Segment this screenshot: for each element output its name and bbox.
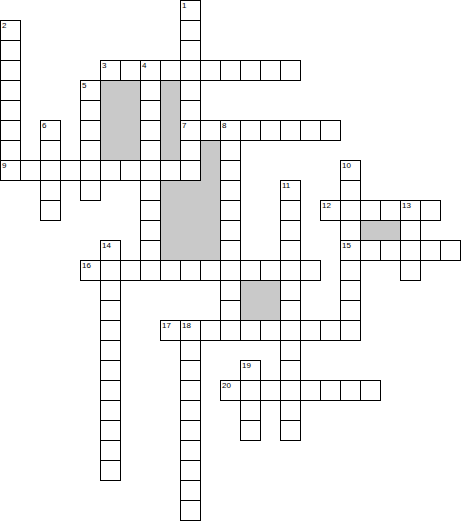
- cell-c12-r6[interactable]: [240, 120, 261, 141]
- cell-c11-r6[interactable]: [220, 120, 241, 141]
- cell-c6-r3[interactable]: [120, 60, 141, 81]
- cell-c10-r13[interactable]: [200, 260, 221, 281]
- cell-c9-r17[interactable]: [180, 340, 201, 361]
- cell-c17-r11[interactable]: [340, 220, 361, 241]
- cell-c2-r7[interactable]: [40, 140, 61, 161]
- cell-c13-r6[interactable]: [260, 120, 281, 141]
- cell-c14-r20[interactable]: [280, 400, 301, 421]
- cell-c17-r12[interactable]: [340, 240, 361, 261]
- cell-c17-r15[interactable]: [340, 300, 361, 321]
- cell-c18-r19[interactable]: [360, 380, 381, 401]
- cell-c5-r19[interactable]: [100, 380, 121, 401]
- cell-c14-r17[interactable]: [280, 340, 301, 361]
- blocked-region-cell: [200, 220, 221, 241]
- cell-c14-r6[interactable]: [280, 120, 301, 141]
- cell-c10-r3[interactable]: [200, 60, 221, 81]
- cell-c14-r9[interactable]: [280, 180, 301, 201]
- cell-c3-r8[interactable]: [60, 160, 81, 181]
- cell-c7-r3[interactable]: [140, 60, 161, 81]
- cell-c13-r19[interactable]: [260, 380, 281, 401]
- cell-c8-r3[interactable]: [160, 60, 181, 81]
- blocked-region-cell: [180, 200, 201, 221]
- cell-c9-r2[interactable]: [180, 40, 201, 61]
- cell-c8-r16[interactable]: [160, 320, 181, 341]
- blocked-region-cell: [120, 120, 141, 141]
- blocked-region-cell: [160, 180, 181, 201]
- cell-c7-r5[interactable]: [140, 100, 161, 121]
- page: 1234567891011121314151617181920: [0, 0, 461, 521]
- cell-c5-r22[interactable]: [100, 440, 121, 461]
- blocked-region-cell: [200, 200, 221, 221]
- cell-c21-r12[interactable]: [420, 240, 441, 261]
- cell-c22-r12[interactable]: [440, 240, 461, 261]
- cell-c7-r13[interactable]: [140, 260, 161, 281]
- cell-c1-r8[interactable]: [20, 160, 41, 181]
- cell-c0-r8[interactable]: [0, 160, 21, 181]
- cell-c4-r6[interactable]: [80, 120, 101, 141]
- cell-c11-r12[interactable]: [220, 240, 241, 261]
- cell-c16-r10[interactable]: [320, 200, 341, 221]
- cell-c4-r9[interactable]: [80, 180, 101, 201]
- blocked-region-cell: [240, 280, 261, 301]
- cell-c16-r6[interactable]: [320, 120, 341, 141]
- blocked-region-cell: [180, 220, 201, 241]
- blocked-region-cell: [100, 100, 121, 121]
- crossword-grid: 1234567891011121314151617181920: [0, 0, 461, 521]
- cell-c5-r12[interactable]: [100, 240, 121, 261]
- cell-c15-r13[interactable]: [300, 260, 321, 281]
- cell-c8-r8[interactable]: [160, 160, 181, 181]
- cell-c12-r21[interactable]: [240, 420, 261, 441]
- cell-c16-r19[interactable]: [320, 380, 341, 401]
- cell-c0-r3[interactable]: [0, 60, 21, 81]
- cell-c9-r0[interactable]: [180, 0, 201, 21]
- cell-c14-r18[interactable]: [280, 360, 301, 381]
- cell-c5-r20[interactable]: [100, 400, 121, 421]
- blocked-region-cell: [260, 300, 281, 321]
- cell-c9-r24[interactable]: [180, 480, 201, 501]
- cell-c5-r18[interactable]: [100, 360, 121, 381]
- cell-c7-r6[interactable]: [140, 120, 161, 141]
- cell-c17-r10[interactable]: [340, 200, 361, 221]
- cell-c12-r19[interactable]: [240, 380, 261, 401]
- cell-c11-r16[interactable]: [220, 320, 241, 341]
- cell-c14-r12[interactable]: [280, 240, 301, 261]
- cell-c9-r7[interactable]: [180, 140, 201, 161]
- cell-c5-r15[interactable]: [100, 300, 121, 321]
- cell-c5-r3[interactable]: [100, 60, 121, 81]
- cell-c17-r9[interactable]: [340, 180, 361, 201]
- cell-c9-r16[interactable]: [180, 320, 201, 341]
- cell-c4-r13[interactable]: [80, 260, 101, 281]
- cell-c11-r11[interactable]: [220, 220, 241, 241]
- blocked-region-cell: [160, 140, 181, 161]
- cell-c14-r16[interactable]: [280, 320, 301, 341]
- cell-c11-r8[interactable]: [220, 160, 241, 181]
- cell-c7-r9[interactable]: [140, 180, 161, 201]
- blocked-region-cell: [120, 140, 141, 161]
- cell-c7-r11[interactable]: [140, 220, 161, 241]
- blocked-region-cell: [240, 300, 261, 321]
- cell-c13-r13[interactable]: [260, 260, 281, 281]
- cell-c9-r20[interactable]: [180, 400, 201, 421]
- cell-c5-r17[interactable]: [100, 340, 121, 361]
- blocked-region-cell: [160, 200, 181, 221]
- cell-c10-r16[interactable]: [200, 320, 221, 341]
- cell-c9-r3[interactable]: [180, 60, 201, 81]
- cell-c4-r8[interactable]: [80, 160, 101, 181]
- cell-c11-r3[interactable]: [220, 60, 241, 81]
- cell-c12-r13[interactable]: [240, 260, 261, 281]
- cell-c0-r1[interactable]: [0, 20, 21, 41]
- cell-c12-r16[interactable]: [240, 320, 261, 341]
- cell-c14-r21[interactable]: [280, 420, 301, 441]
- cell-c9-r21[interactable]: [180, 420, 201, 441]
- cell-c6-r13[interactable]: [120, 260, 141, 281]
- blocked-region-cell: [180, 180, 201, 201]
- cell-c0-r2[interactable]: [0, 40, 21, 61]
- blocked-region-cell: [100, 140, 121, 161]
- cell-c5-r21[interactable]: [100, 420, 121, 441]
- cell-c18-r12[interactable]: [360, 240, 381, 261]
- blocked-region-cell: [120, 80, 141, 101]
- cell-c0-r7[interactable]: [0, 140, 21, 161]
- cell-c2-r6[interactable]: [40, 120, 61, 141]
- cell-c13-r3[interactable]: [260, 60, 281, 81]
- cell-c14-r14[interactable]: [280, 280, 301, 301]
- cell-c5-r16[interactable]: [100, 320, 121, 341]
- cell-c9-r5[interactable]: [180, 100, 201, 121]
- blocked-region-cell: [180, 240, 201, 261]
- cell-c9-r4[interactable]: [180, 80, 201, 101]
- cell-c7-r10[interactable]: [140, 200, 161, 221]
- cell-c11-r7[interactable]: [220, 140, 241, 161]
- cell-c14-r15[interactable]: [280, 300, 301, 321]
- cell-c9-r6[interactable]: [180, 120, 201, 141]
- blocked-region-cell: [160, 220, 181, 241]
- cell-c14-r3[interactable]: [280, 60, 301, 81]
- blocked-region-cell: [200, 160, 221, 181]
- cell-c15-r16[interactable]: [300, 320, 321, 341]
- cell-c9-r18[interactable]: [180, 360, 201, 381]
- cell-c4-r5[interactable]: [80, 100, 101, 121]
- cell-c2-r8[interactable]: [40, 160, 61, 181]
- cell-c20-r13[interactable]: [400, 260, 421, 281]
- cell-c9-r8[interactable]: [180, 160, 201, 181]
- cell-c17-r14[interactable]: [340, 280, 361, 301]
- cell-c13-r16[interactable]: [260, 320, 281, 341]
- cell-c5-r23[interactable]: [100, 460, 121, 481]
- cell-c4-r4[interactable]: [80, 80, 101, 101]
- blocked-region-cell: [100, 80, 121, 101]
- cell-c8-r13[interactable]: [160, 260, 181, 281]
- cell-c17-r13[interactable]: [340, 260, 361, 281]
- cell-c9-r22[interactable]: [180, 440, 201, 461]
- cell-c0-r4[interactable]: [0, 80, 21, 101]
- cell-c9-r19[interactable]: [180, 380, 201, 401]
- cell-c9-r13[interactable]: [180, 260, 201, 281]
- cell-c20-r12[interactable]: [400, 240, 421, 261]
- cell-c0-r6[interactable]: [0, 120, 21, 141]
- cell-c12-r18[interactable]: [240, 360, 261, 381]
- cell-c21-r10[interactable]: [420, 200, 441, 221]
- blocked-region-cell: [200, 240, 221, 261]
- cell-c17-r16[interactable]: [340, 320, 361, 341]
- cell-c19-r12[interactable]: [380, 240, 401, 261]
- cell-c14-r19[interactable]: [280, 380, 301, 401]
- cell-c9-r1[interactable]: [180, 20, 201, 41]
- cell-c19-r10[interactable]: [380, 200, 401, 221]
- cell-c7-r4[interactable]: [140, 80, 161, 101]
- cell-c18-r10[interactable]: [360, 200, 381, 221]
- blocked-region-cell: [380, 220, 401, 241]
- cell-c17-r8[interactable]: [340, 160, 361, 181]
- cell-c6-r8[interactable]: [120, 160, 141, 181]
- cell-c5-r8[interactable]: [100, 160, 121, 181]
- cell-c0-r5[interactable]: [0, 100, 21, 121]
- cell-c9-r23[interactable]: [180, 460, 201, 481]
- cell-c20-r10[interactable]: [400, 200, 421, 221]
- cell-c2-r10[interactable]: [40, 200, 61, 221]
- cell-c11-r14[interactable]: [220, 280, 241, 301]
- cell-c17-r19[interactable]: [340, 380, 361, 401]
- cell-c15-r6[interactable]: [300, 120, 321, 141]
- cell-c16-r16[interactable]: [320, 320, 341, 341]
- cell-c9-r25[interactable]: [180, 500, 201, 521]
- blocked-region-cell: [120, 100, 141, 121]
- cell-c7-r7[interactable]: [140, 140, 161, 161]
- blocked-region-cell: [360, 220, 381, 241]
- cell-c12-r3[interactable]: [240, 60, 261, 81]
- cell-c20-r11[interactable]: [400, 220, 421, 241]
- cell-c14-r10[interactable]: [280, 200, 301, 221]
- cell-c11-r19[interactable]: [220, 380, 241, 401]
- cell-c14-r11[interactable]: [280, 220, 301, 241]
- blocked-region-cell: [160, 80, 181, 101]
- blocked-region-cell: [200, 140, 221, 161]
- cell-c10-r6[interactable]: [200, 120, 221, 141]
- cell-c7-r8[interactable]: [140, 160, 161, 181]
- cell-c5-r14[interactable]: [100, 280, 121, 301]
- cell-c11-r10[interactable]: [220, 200, 241, 221]
- cell-c14-r13[interactable]: [280, 260, 301, 281]
- cell-c4-r7[interactable]: [80, 140, 101, 161]
- blocked-region-cell: [160, 120, 181, 141]
- cell-c2-r9[interactable]: [40, 180, 61, 201]
- cell-c5-r13[interactable]: [100, 260, 121, 281]
- cell-c11-r9[interactable]: [220, 180, 241, 201]
- blocked-region-cell: [260, 280, 281, 301]
- blocked-region-cell: [100, 120, 121, 141]
- cell-c15-r19[interactable]: [300, 380, 321, 401]
- cell-c11-r13[interactable]: [220, 260, 241, 281]
- cell-c11-r15[interactable]: [220, 300, 241, 321]
- blocked-region-cell: [160, 240, 181, 261]
- cell-c12-r20[interactable]: [240, 400, 261, 421]
- blocked-region-cell: [200, 180, 221, 201]
- cell-c7-r12[interactable]: [140, 240, 161, 261]
- blocked-region-cell: [160, 100, 181, 121]
